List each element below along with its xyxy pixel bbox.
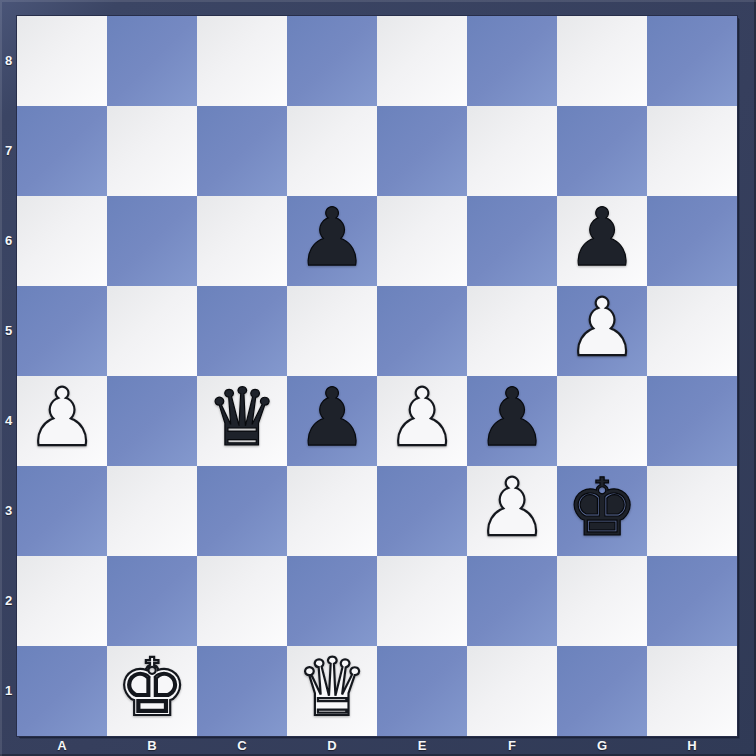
square-d4[interactable]: ♟ <box>287 376 377 466</box>
square-d5[interactable] <box>287 286 377 376</box>
square-h7[interactable] <box>647 106 737 196</box>
file-label-e: E <box>377 737 467 756</box>
square-e3[interactable] <box>377 466 467 556</box>
square-g8[interactable] <box>557 16 647 106</box>
square-c5[interactable] <box>197 286 287 376</box>
square-f8[interactable] <box>467 16 557 106</box>
square-g1[interactable] <box>557 646 647 736</box>
white-pawn[interactable]: ♟ <box>476 466 548 553</box>
rank-label-2: 2 <box>0 556 17 646</box>
file-label-b: B <box>107 737 197 756</box>
square-h4[interactable] <box>647 376 737 466</box>
square-e4[interactable]: ♟ <box>377 376 467 466</box>
square-f2[interactable] <box>467 556 557 646</box>
square-e5[interactable] <box>377 286 467 376</box>
square-g2[interactable] <box>557 556 647 646</box>
square-d8[interactable] <box>287 16 377 106</box>
board-frame: ♟♟♟♟♛♟♟♟♟♚♚♛ 87654321ABCDEFGH <box>0 0 756 756</box>
file-label-f: F <box>467 737 557 756</box>
square-b8[interactable] <box>107 16 197 106</box>
square-e2[interactable] <box>377 556 467 646</box>
square-a1[interactable] <box>17 646 107 736</box>
rank-label-4: 4 <box>0 376 17 466</box>
black-king[interactable]: ♚ <box>566 466 638 553</box>
square-b6[interactable] <box>107 196 197 286</box>
square-f5[interactable] <box>467 286 557 376</box>
black-pawn[interactable]: ♟ <box>566 196 638 283</box>
square-a7[interactable] <box>17 106 107 196</box>
file-label-a: A <box>17 737 107 756</box>
square-c6[interactable] <box>197 196 287 286</box>
rank-label-3: 3 <box>0 466 17 556</box>
square-f4[interactable]: ♟ <box>467 376 557 466</box>
square-c2[interactable] <box>197 556 287 646</box>
rank-label-8: 8 <box>0 16 17 106</box>
square-h5[interactable] <box>647 286 737 376</box>
square-a2[interactable] <box>17 556 107 646</box>
black-pawn[interactable]: ♟ <box>476 376 548 463</box>
black-pawn[interactable]: ♟ <box>296 376 368 463</box>
square-h3[interactable] <box>647 466 737 556</box>
square-c4[interactable]: ♛ <box>197 376 287 466</box>
square-c1[interactable] <box>197 646 287 736</box>
square-f6[interactable] <box>467 196 557 286</box>
white-pawn[interactable]: ♟ <box>386 376 458 463</box>
square-b1[interactable]: ♚ <box>107 646 197 736</box>
square-a4[interactable]: ♟ <box>17 376 107 466</box>
square-g7[interactable] <box>557 106 647 196</box>
square-e1[interactable] <box>377 646 467 736</box>
square-a5[interactable] <box>17 286 107 376</box>
rank-label-5: 5 <box>0 286 17 376</box>
square-h2[interactable] <box>647 556 737 646</box>
white-pawn[interactable]: ♟ <box>26 376 98 463</box>
rank-label-1: 1 <box>0 646 17 736</box>
square-b3[interactable] <box>107 466 197 556</box>
square-g6[interactable]: ♟ <box>557 196 647 286</box>
file-label-c: C <box>197 737 287 756</box>
square-a8[interactable] <box>17 16 107 106</box>
square-e7[interactable] <box>377 106 467 196</box>
square-b2[interactable] <box>107 556 197 646</box>
square-c3[interactable] <box>197 466 287 556</box>
rank-label-6: 6 <box>0 196 17 286</box>
rank-label-7: 7 <box>0 106 17 196</box>
square-f1[interactable] <box>467 646 557 736</box>
square-g5[interactable]: ♟ <box>557 286 647 376</box>
square-h8[interactable] <box>647 16 737 106</box>
square-d7[interactable] <box>287 106 377 196</box>
square-g3[interactable]: ♚ <box>557 466 647 556</box>
white-pawn[interactable]: ♟ <box>566 286 638 373</box>
square-c7[interactable] <box>197 106 287 196</box>
chess-board: ♟♟♟♟♛♟♟♟♟♚♚♛ <box>17 16 737 736</box>
white-king[interactable]: ♚ <box>116 646 188 733</box>
file-label-h: H <box>647 737 737 756</box>
square-d3[interactable] <box>287 466 377 556</box>
square-b4[interactable] <box>107 376 197 466</box>
file-label-d: D <box>287 737 377 756</box>
white-queen[interactable]: ♛ <box>296 646 368 733</box>
square-d6[interactable]: ♟ <box>287 196 377 286</box>
square-h1[interactable] <box>647 646 737 736</box>
square-f7[interactable] <box>467 106 557 196</box>
square-e8[interactable] <box>377 16 467 106</box>
file-label-g: G <box>557 737 647 756</box>
square-h6[interactable] <box>647 196 737 286</box>
square-a3[interactable] <box>17 466 107 556</box>
black-queen[interactable]: ♛ <box>206 376 278 463</box>
square-c8[interactable] <box>197 16 287 106</box>
square-d2[interactable] <box>287 556 377 646</box>
square-f3[interactable]: ♟ <box>467 466 557 556</box>
square-g4[interactable] <box>557 376 647 466</box>
square-b5[interactable] <box>107 286 197 376</box>
square-e6[interactable] <box>377 196 467 286</box>
square-b7[interactable] <box>107 106 197 196</box>
square-a6[interactable] <box>17 196 107 286</box>
square-d1[interactable]: ♛ <box>287 646 377 736</box>
black-pawn[interactable]: ♟ <box>296 196 368 283</box>
